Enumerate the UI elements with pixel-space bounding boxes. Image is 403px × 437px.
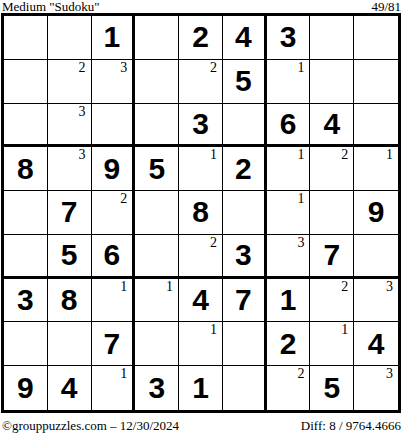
cell-r6c7[interactable]: 3 — [267, 235, 311, 279]
corner-mark: 2 — [210, 235, 217, 250]
cell-r3c5[interactable]: 3 — [179, 104, 223, 148]
cell-r3c6[interactable] — [223, 104, 267, 148]
cell-value: 4 — [61, 373, 78, 403]
cell-r7c4[interactable]: 1 — [135, 279, 179, 323]
footer: ©grouppuzzles.com – 12/30/2024 Diff: 8 /… — [2, 419, 401, 433]
cell-value: 2 — [280, 329, 297, 359]
cell-r2c4[interactable] — [135, 60, 179, 104]
cell-value: 8 — [17, 154, 34, 184]
cell-value: 9 — [104, 154, 121, 184]
cell-r4c2[interactable]: 3 — [48, 147, 92, 191]
cell-r6c9[interactable] — [354, 235, 398, 279]
cell-r9c1[interactable]: 9 — [4, 366, 48, 410]
corner-mark: 1 — [120, 279, 127, 294]
cell-r8c6[interactable] — [223, 322, 267, 366]
copyright-date: ©grouppuzzles.com – 12/30/2024 — [2, 419, 179, 433]
cell-r9c5[interactable]: 1 — [179, 366, 223, 410]
cell-r6c1[interactable] — [4, 235, 48, 279]
cell-r9c8[interactable]: 5 — [310, 366, 354, 410]
cell-r3c7[interactable]: 6 — [267, 104, 311, 148]
cell-value: 5 — [323, 373, 340, 403]
corner-mark: 2 — [341, 147, 348, 162]
cell-r9c4[interactable]: 3 — [135, 366, 179, 410]
cell-value: 5 — [148, 154, 165, 184]
cell-value: 6 — [104, 240, 121, 270]
cell-r3c3[interactable] — [92, 104, 136, 148]
cell-r6c3[interactable]: 6 — [92, 235, 136, 279]
cell-r8c7[interactable]: 2 — [267, 322, 311, 366]
cell-r2c8[interactable] — [310, 60, 354, 104]
cell-r8c4[interactable] — [135, 322, 179, 366]
cell-value: 9 — [368, 197, 385, 227]
cell-value: 5 — [61, 240, 78, 270]
cell-value: 1 — [104, 22, 121, 52]
cell-r4c6[interactable]: 2 — [223, 147, 267, 191]
corner-mark: 1 — [297, 191, 304, 206]
cell-value: 4 — [323, 109, 340, 139]
cell-r7c5[interactable]: 4 — [179, 279, 223, 323]
corner-mark: 2 — [210, 60, 217, 75]
cell-r5c3[interactable]: 2 — [92, 191, 136, 235]
cell-value: 5 — [235, 66, 252, 96]
cell-r4c5[interactable]: 1 — [179, 147, 223, 191]
cell-r6c8[interactable]: 7 — [310, 235, 354, 279]
cell-r9c9[interactable]: 3 — [354, 366, 398, 410]
cell-value: 2 — [235, 154, 252, 184]
cell-r3c4[interactable] — [135, 104, 179, 148]
corner-mark: 2 — [297, 366, 304, 381]
cell-r7c1[interactable]: 3 — [4, 279, 48, 323]
cell-r8c1[interactable] — [4, 322, 48, 366]
cell-value: 4 — [192, 285, 209, 315]
corner-mark: 3 — [120, 60, 127, 75]
cell-r5c7[interactable]: 1 — [267, 191, 311, 235]
cell-r2c6[interactable]: 5 — [223, 60, 267, 104]
cell-value: 7 — [323, 240, 340, 270]
corner-mark: 2 — [341, 279, 348, 294]
cell-r9c2[interactable]: 4 — [48, 366, 92, 410]
corner-mark: 1 — [297, 147, 304, 162]
cell-r5c5[interactable]: 8 — [179, 191, 223, 235]
cell-value: 7 — [104, 329, 121, 359]
cell-r5c8[interactable] — [310, 191, 354, 235]
cell-r4c4[interactable]: 5 — [135, 147, 179, 191]
cell-r5c9[interactable]: 9 — [354, 191, 398, 235]
corner-mark: 2 — [120, 191, 127, 206]
cell-r2c2[interactable]: 2 — [48, 60, 92, 104]
cell-r1c4[interactable] — [135, 16, 179, 60]
cell-r2c3[interactable]: 3 — [92, 60, 136, 104]
cell-r2c1[interactable] — [4, 60, 48, 104]
cell-r3c1[interactable] — [4, 104, 48, 148]
corner-mark: 1 — [386, 147, 393, 162]
cell-value: 9 — [17, 373, 34, 403]
cell-r4c1[interactable]: 8 — [4, 147, 48, 191]
cell-r7c7[interactable]: 1 — [267, 279, 311, 323]
cell-r7c3[interactable]: 1 — [92, 279, 136, 323]
sudoku-board: 1243232513364839512121728195623373811471… — [1, 13, 401, 413]
sudoku-page: Medium "Sudoku" 49/81 124323251336483951… — [0, 0, 403, 437]
cell-r7c6[interactable]: 7 — [223, 279, 267, 323]
corner-mark: 1 — [210, 147, 217, 162]
cell-r4c8[interactable]: 2 — [310, 147, 354, 191]
corner-mark: 2 — [79, 60, 86, 75]
corner-mark: 1 — [297, 60, 304, 75]
cell-r3c2[interactable]: 3 — [48, 104, 92, 148]
corner-mark: 1 — [210, 322, 217, 337]
cell-value: 6 — [280, 109, 297, 139]
corner-mark: 1 — [341, 322, 348, 337]
header: Medium "Sudoku" 49/81 — [2, 0, 401, 13]
cell-r3c8[interactable]: 4 — [310, 104, 354, 148]
cell-r1c2[interactable] — [48, 16, 92, 60]
cell-r8c5[interactable]: 1 — [179, 322, 223, 366]
cell-r1c8[interactable] — [310, 16, 354, 60]
progress-counter: 49/81 — [371, 0, 401, 13]
cell-value: 4 — [235, 22, 252, 52]
cell-r4c9[interactable]: 1 — [354, 147, 398, 191]
cell-r7c2[interactable]: 8 — [48, 279, 92, 323]
cell-value: 3 — [17, 285, 34, 315]
cell-r6c6[interactable]: 3 — [223, 235, 267, 279]
cell-value: 3 — [192, 109, 209, 139]
corner-mark: 3 — [79, 104, 86, 119]
cell-r3c9[interactable] — [354, 104, 398, 148]
corner-mark: 1 — [166, 279, 173, 294]
cell-r4c3[interactable]: 9 — [92, 147, 136, 191]
page-title: Medium "Sudoku" — [2, 0, 100, 13]
cell-value: 8 — [61, 285, 78, 315]
cell-value: 8 — [192, 197, 209, 227]
cell-value: 3 — [280, 22, 297, 52]
cell-r7c8[interactable]: 2 — [310, 279, 354, 323]
cell-r9c3[interactable]: 1 — [92, 366, 136, 410]
cell-r2c7[interactable]: 1 — [267, 60, 311, 104]
cell-r1c6[interactable]: 4 — [223, 16, 267, 60]
cell-r1c1[interactable] — [4, 16, 48, 60]
cell-value: 1 — [280, 285, 297, 315]
cell-r8c9[interactable]: 4 — [354, 322, 398, 366]
cell-r1c3[interactable]: 1 — [92, 16, 136, 60]
cell-r6c5[interactable]: 2 — [179, 235, 223, 279]
cell-r1c9[interactable] — [354, 16, 398, 60]
cell-r5c6[interactable] — [223, 191, 267, 235]
cell-r2c5[interactable]: 2 — [179, 60, 223, 104]
corner-mark: 3 — [386, 279, 393, 294]
cell-r8c3[interactable]: 7 — [92, 322, 136, 366]
cell-r8c2[interactable] — [48, 322, 92, 366]
cell-value: 7 — [235, 285, 252, 315]
cell-value: 1 — [192, 373, 209, 403]
corner-mark: 3 — [386, 366, 393, 381]
cell-r1c5[interactable]: 2 — [179, 16, 223, 60]
cell-r5c2[interactable]: 7 — [48, 191, 92, 235]
corner-mark: 3 — [297, 235, 304, 250]
cell-r6c2[interactable]: 5 — [48, 235, 92, 279]
corner-mark: 3 — [79, 147, 86, 162]
cell-value: 2 — [192, 22, 209, 52]
cell-value: 4 — [368, 329, 385, 359]
cell-value: 3 — [235, 240, 252, 270]
cell-r9c6[interactable] — [223, 366, 267, 410]
cell-r6c4[interactable] — [135, 235, 179, 279]
cell-r1c7[interactable]: 3 — [267, 16, 311, 60]
cell-r4c7[interactable]: 1 — [267, 147, 311, 191]
cell-r5c1[interactable] — [4, 191, 48, 235]
cell-r7c9[interactable]: 3 — [354, 279, 398, 323]
cell-r9c7[interactable]: 2 — [267, 366, 311, 410]
cell-r2c9[interactable] — [354, 60, 398, 104]
difficulty-value: Diff: 8 / 9764.4666 — [301, 419, 401, 433]
cell-value: 3 — [148, 373, 165, 403]
corner-mark: 1 — [120, 366, 127, 381]
cell-r8c8[interactable]: 1 — [310, 322, 354, 366]
cell-r5c4[interactable] — [135, 191, 179, 235]
cell-value: 7 — [61, 197, 78, 227]
